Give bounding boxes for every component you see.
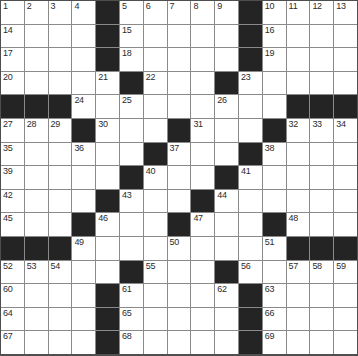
black-cell <box>239 25 262 48</box>
cell-number: 24 <box>74 96 83 105</box>
grid-cell[interactable] <box>168 166 191 189</box>
grid-cell[interactable]: 46 <box>96 213 119 236</box>
grid-cell[interactable] <box>49 25 72 48</box>
grid-cell[interactable] <box>168 331 191 354</box>
cell-number: 41 <box>241 167 250 176</box>
black-cell <box>96 48 119 71</box>
cell-number: 8 <box>193 2 198 11</box>
grid-cell[interactable]: 37 <box>168 143 191 166</box>
cell-number: 2 <box>27 2 32 11</box>
black-cell <box>215 72 238 95</box>
cell-number: 28 <box>27 120 36 129</box>
grid-cell[interactable] <box>287 143 310 166</box>
grid-cell[interactable] <box>96 95 119 118</box>
crossword-grid: 1234567891011121314151617181920212223242… <box>0 0 358 356</box>
cell-number: 67 <box>3 332 12 341</box>
grid-cell[interactable] <box>144 95 167 118</box>
cell-number: 57 <box>289 262 298 271</box>
grid-cell[interactable] <box>215 308 238 331</box>
grid-cell[interactable] <box>310 48 333 71</box>
grid-cell[interactable] <box>168 95 191 118</box>
grid-cell[interactable]: 19 <box>263 48 286 71</box>
cell-number: 45 <box>3 214 12 223</box>
grid-cell[interactable] <box>49 331 72 354</box>
cell-number: 21 <box>98 73 107 82</box>
grid-cell[interactable] <box>49 190 72 213</box>
cell-number: 18 <box>122 49 131 58</box>
grid-cell[interactable] <box>168 284 191 307</box>
black-cell <box>215 166 238 189</box>
grid-cell[interactable] <box>144 213 167 236</box>
grid-cell[interactable] <box>263 95 286 118</box>
cell-number: 1 <box>3 2 8 11</box>
grid-cell[interactable]: 4 <box>72 1 95 24</box>
cell-number: 50 <box>170 238 179 247</box>
grid-cell[interactable] <box>334 25 357 48</box>
grid-cell[interactable] <box>72 284 95 307</box>
cell-number: 40 <box>146 167 155 176</box>
grid-cell[interactable]: 36 <box>72 143 95 166</box>
grid-cell[interactable] <box>191 237 214 260</box>
grid-cell[interactable]: 42 <box>1 190 24 213</box>
cell-number: 29 <box>51 120 60 129</box>
grid-cell[interactable] <box>25 72 48 95</box>
grid-cell[interactable] <box>191 331 214 354</box>
grid-cell[interactable]: 14 <box>1 25 24 48</box>
cell-number: 5 <box>122 2 127 11</box>
grid-cell[interactable]: 47 <box>191 213 214 236</box>
black-cell <box>96 308 119 331</box>
grid-cell[interactable] <box>49 284 72 307</box>
grid-cell[interactable]: 28 <box>25 119 48 142</box>
black-cell <box>120 72 143 95</box>
grid-cell[interactable]: 50 <box>168 237 191 260</box>
grid-cell[interactable] <box>239 119 262 142</box>
grid-cell[interactable]: 16 <box>263 25 286 48</box>
cell-number: 14 <box>3 26 12 35</box>
cell-number: 51 <box>265 238 274 247</box>
black-cell <box>96 1 119 24</box>
grid-cell[interactable] <box>263 72 286 95</box>
grid-cell[interactable]: 22 <box>144 72 167 95</box>
grid-cell[interactable]: 9 <box>215 1 238 24</box>
cell-number: 17 <box>3 49 12 58</box>
cell-number: 30 <box>98 120 107 129</box>
grid-cell[interactable] <box>96 166 119 189</box>
grid-cell[interactable] <box>72 331 95 354</box>
cell-number: 22 <box>146 73 155 82</box>
black-cell <box>96 190 119 213</box>
black-cell <box>239 143 262 166</box>
grid-cell[interactable]: 33 <box>310 119 333 142</box>
grid-cell[interactable] <box>310 331 333 354</box>
black-cell <box>239 284 262 307</box>
cell-number: 56 <box>241 262 250 271</box>
grid-cell[interactable]: 48 <box>287 213 310 236</box>
grid-cell[interactable]: 34 <box>334 119 357 142</box>
black-cell <box>334 237 357 260</box>
grid-cell[interactable] <box>334 331 357 354</box>
grid-cell[interactable]: 7 <box>168 1 191 24</box>
grid-cell[interactable]: 52 <box>1 261 24 284</box>
black-cell <box>215 261 238 284</box>
black-cell <box>49 95 72 118</box>
cell-number: 16 <box>265 26 274 35</box>
grid-cell[interactable]: 49 <box>72 237 95 260</box>
grid-cell[interactable]: 8 <box>191 1 214 24</box>
grid-cell[interactable]: 24 <box>72 95 95 118</box>
grid-cell[interactable]: 57 <box>287 261 310 284</box>
black-cell <box>239 1 262 24</box>
grid-cell[interactable] <box>263 261 286 284</box>
grid-cell[interactable] <box>191 143 214 166</box>
grid-cell[interactable]: 38 <box>263 143 286 166</box>
grid-cell[interactable]: 25 <box>120 95 143 118</box>
grid-cell[interactable] <box>310 25 333 48</box>
cell-number: 59 <box>336 262 345 271</box>
black-cell <box>1 95 24 118</box>
cell-number: 66 <box>265 309 274 318</box>
cell-number: 61 <box>122 285 131 294</box>
grid-cell[interactable] <box>72 72 95 95</box>
cell-number: 7 <box>170 2 175 11</box>
grid-cell[interactable]: 13 <box>334 1 357 24</box>
grid-cell[interactable] <box>49 48 72 71</box>
grid-cell[interactable] <box>334 72 357 95</box>
grid-cell[interactable] <box>120 143 143 166</box>
grid-cell[interactable] <box>287 72 310 95</box>
grid-cell[interactable] <box>49 166 72 189</box>
grid-cell[interactable]: 68 <box>120 331 143 354</box>
cell-number: 49 <box>74 238 83 247</box>
cell-number: 27 <box>3 120 12 129</box>
grid-cell[interactable]: 26 <box>215 95 238 118</box>
grid-cell[interactable]: 58 <box>310 261 333 284</box>
cell-number: 58 <box>312 262 321 271</box>
cell-number: 37 <box>170 144 179 153</box>
grid-cell[interactable] <box>72 25 95 48</box>
grid-cell[interactable]: 44 <box>215 190 238 213</box>
grid-cell[interactable] <box>239 237 262 260</box>
grid-cell[interactable] <box>287 25 310 48</box>
grid-cell[interactable]: 62 <box>215 284 238 307</box>
cell-number: 12 <box>312 2 321 11</box>
black-cell <box>334 95 357 118</box>
grid-cell[interactable] <box>96 237 119 260</box>
black-cell <box>49 237 72 260</box>
grid-cell[interactable] <box>168 72 191 95</box>
cell-number: 33 <box>312 120 321 129</box>
grid-cell[interactable]: 30 <box>96 119 119 142</box>
grid-cell[interactable]: 65 <box>120 308 143 331</box>
grid-cell[interactable]: 55 <box>144 261 167 284</box>
grid-cell[interactable] <box>168 308 191 331</box>
grid-cell[interactable]: 3 <box>49 1 72 24</box>
cell-number: 63 <box>265 285 274 294</box>
grid-cell[interactable] <box>287 284 310 307</box>
grid-cell[interactable] <box>144 237 167 260</box>
grid-cell[interactable] <box>215 237 238 260</box>
grid-cell[interactable] <box>334 143 357 166</box>
grid-cell[interactable] <box>72 166 95 189</box>
black-cell <box>239 331 262 354</box>
grid-cell[interactable] <box>263 166 286 189</box>
black-cell <box>287 237 310 260</box>
cell-number: 44 <box>217 191 226 200</box>
grid-cell[interactable]: 10 <box>263 1 286 24</box>
grid-cell[interactable] <box>215 143 238 166</box>
cell-number: 32 <box>289 120 298 129</box>
grid-cell[interactable]: 43 <box>120 190 143 213</box>
grid-cell[interactable] <box>191 308 214 331</box>
grid-cell[interactable] <box>72 308 95 331</box>
grid-cell[interactable] <box>168 25 191 48</box>
grid-cell[interactable]: 15 <box>120 25 143 48</box>
grid-cell[interactable] <box>144 284 167 307</box>
cell-number: 65 <box>122 309 131 318</box>
grid-cell[interactable] <box>144 308 167 331</box>
grid-cell[interactable] <box>25 25 48 48</box>
grid-cell[interactable] <box>144 190 167 213</box>
black-cell <box>310 237 333 260</box>
grid-cell[interactable]: 63 <box>263 284 286 307</box>
cell-number: 35 <box>3 144 12 153</box>
grid-cell[interactable]: 69 <box>263 331 286 354</box>
grid-cell[interactable]: 21 <box>96 72 119 95</box>
grid-cell[interactable] <box>239 95 262 118</box>
grid-cell[interactable] <box>144 119 167 142</box>
cell-number: 36 <box>74 144 83 153</box>
grid-cell[interactable]: 67 <box>1 331 24 354</box>
cell-number: 34 <box>336 120 345 129</box>
grid-cell[interactable] <box>25 284 48 307</box>
grid-cell[interactable] <box>191 95 214 118</box>
grid-cell[interactable] <box>334 190 357 213</box>
black-cell <box>310 95 333 118</box>
grid-cell[interactable] <box>215 119 238 142</box>
grid-cell[interactable]: 66 <box>263 308 286 331</box>
grid-cell[interactable]: 56 <box>239 261 262 284</box>
grid-cell[interactable]: 40 <box>144 166 167 189</box>
cell-number: 62 <box>217 285 226 294</box>
grid-cell[interactable]: 17 <box>1 48 24 71</box>
grid-cell[interactable]: 1 <box>1 1 24 24</box>
grid-cell[interactable] <box>334 213 357 236</box>
grid-cell[interactable] <box>287 190 310 213</box>
cell-number: 31 <box>193 120 202 129</box>
grid-cell[interactable] <box>287 331 310 354</box>
black-cell <box>96 25 119 48</box>
grid-cell[interactable]: 35 <box>1 143 24 166</box>
grid-cell[interactable] <box>310 213 333 236</box>
cell-number: 43 <box>122 191 131 200</box>
grid-cell[interactable] <box>25 331 48 354</box>
grid-cell[interactable] <box>49 213 72 236</box>
grid-cell[interactable] <box>25 213 48 236</box>
cell-number: 23 <box>241 73 250 82</box>
cell-number: 39 <box>3 167 12 176</box>
cell-number: 11 <box>289 2 298 11</box>
cell-number: 13 <box>336 2 345 11</box>
grid-cell[interactable] <box>287 48 310 71</box>
grid-cell[interactable] <box>49 143 72 166</box>
grid-cell[interactable] <box>334 48 357 71</box>
cell-number: 42 <box>3 191 12 200</box>
black-cell <box>263 213 286 236</box>
grid-cell[interactable]: 32 <box>287 119 310 142</box>
grid-cell[interactable] <box>287 166 310 189</box>
grid-cell[interactable] <box>310 308 333 331</box>
cell-number: 52 <box>3 262 12 271</box>
cell-number: 15 <box>122 26 131 35</box>
grid-cell[interactable] <box>334 308 357 331</box>
grid-cell[interactable]: 11 <box>287 1 310 24</box>
grid-cell[interactable]: 31 <box>191 119 214 142</box>
black-cell <box>120 166 143 189</box>
grid-cell[interactable]: 53 <box>25 261 48 284</box>
cell-number: 4 <box>74 2 79 11</box>
grid-cell[interactable]: 51 <box>263 237 286 260</box>
cell-number: 26 <box>217 96 226 105</box>
grid-cell[interactable]: 23 <box>239 72 262 95</box>
black-cell <box>72 213 95 236</box>
black-cell <box>287 95 310 118</box>
grid-cell[interactable] <box>215 331 238 354</box>
black-cell <box>168 213 191 236</box>
grid-cell[interactable] <box>72 190 95 213</box>
grid-cell[interactable] <box>96 143 119 166</box>
cell-number: 19 <box>265 49 274 58</box>
black-cell <box>191 190 214 213</box>
grid-cell[interactable] <box>96 261 119 284</box>
black-cell <box>120 261 143 284</box>
grid-cell[interactable] <box>215 48 238 71</box>
grid-cell[interactable] <box>120 237 143 260</box>
cell-number: 3 <box>51 2 56 11</box>
cell-number: 10 <box>265 2 274 11</box>
grid-cell[interactable]: 12 <box>310 1 333 24</box>
cell-number: 64 <box>3 309 12 318</box>
grid-cell[interactable] <box>25 190 48 213</box>
black-cell <box>239 308 262 331</box>
grid-cell[interactable] <box>144 48 167 71</box>
grid-cell[interactable]: 61 <box>120 284 143 307</box>
grid-cell[interactable] <box>191 72 214 95</box>
grid-cell[interactable]: 64 <box>1 308 24 331</box>
grid-cell[interactable] <box>49 308 72 331</box>
grid-cell[interactable] <box>144 25 167 48</box>
grid-cell[interactable] <box>310 284 333 307</box>
grid-cell[interactable] <box>25 166 48 189</box>
grid-cell[interactable] <box>191 48 214 71</box>
grid-cell[interactable]: 20 <box>1 72 24 95</box>
grid-cell[interactable] <box>144 331 167 354</box>
grid-cell[interactable] <box>310 143 333 166</box>
black-cell <box>72 119 95 142</box>
grid-cell[interactable] <box>168 261 191 284</box>
grid-cell[interactable] <box>287 308 310 331</box>
grid-cell[interactable] <box>310 190 333 213</box>
grid-cell[interactable] <box>310 166 333 189</box>
grid-cell[interactable] <box>120 213 143 236</box>
grid-cell[interactable]: 60 <box>1 284 24 307</box>
grid-cell[interactable] <box>263 190 286 213</box>
grid-cell[interactable] <box>334 284 357 307</box>
grid-cell[interactable]: 27 <box>1 119 24 142</box>
cell-number: 20 <box>3 73 12 82</box>
grid-cell[interactable]: 18 <box>120 48 143 71</box>
cell-number: 25 <box>122 96 131 105</box>
black-cell <box>96 331 119 354</box>
grid-cell[interactable] <box>310 72 333 95</box>
cell-number: 68 <box>122 332 131 341</box>
grid-cell[interactable] <box>191 25 214 48</box>
grid-cell[interactable] <box>25 308 48 331</box>
grid-cell[interactable] <box>191 284 214 307</box>
black-cell <box>263 119 286 142</box>
grid-cell[interactable]: 45 <box>1 213 24 236</box>
grid-cell[interactable] <box>72 261 95 284</box>
cell-number: 6 <box>146 2 151 11</box>
black-cell <box>239 48 262 71</box>
grid-cell[interactable]: 29 <box>49 119 72 142</box>
grid-cell[interactable]: 54 <box>49 261 72 284</box>
grid-cell[interactable]: 41 <box>239 166 262 189</box>
cell-number: 53 <box>27 262 36 271</box>
grid-cell[interactable]: 59 <box>334 261 357 284</box>
grid-cell[interactable] <box>72 48 95 71</box>
grid-cell[interactable] <box>120 119 143 142</box>
black-cell <box>25 95 48 118</box>
grid-cell[interactable] <box>168 48 191 71</box>
black-cell <box>96 284 119 307</box>
grid-cell[interactable]: 39 <box>1 166 24 189</box>
cell-number: 38 <box>265 144 274 153</box>
cell-number: 48 <box>289 214 298 223</box>
black-cell <box>168 119 191 142</box>
grid-cell[interactable]: 5 <box>120 1 143 24</box>
cell-number: 69 <box>265 332 274 341</box>
black-cell <box>144 143 167 166</box>
cell-number: 55 <box>146 262 155 271</box>
grid-cell[interactable] <box>25 48 48 71</box>
grid-cell[interactable]: 2 <box>25 1 48 24</box>
grid-cell[interactable] <box>334 166 357 189</box>
cell-number: 9 <box>217 2 222 11</box>
grid-cell[interactable] <box>215 213 238 236</box>
grid-cell[interactable] <box>168 190 191 213</box>
grid-cell[interactable] <box>239 190 262 213</box>
black-cell <box>25 237 48 260</box>
grid-cell[interactable] <box>191 261 214 284</box>
grid-cell[interactable] <box>191 166 214 189</box>
grid-cell[interactable] <box>215 25 238 48</box>
grid-cell[interactable]: 6 <box>144 1 167 24</box>
grid-cell[interactable] <box>25 143 48 166</box>
cell-number: 54 <box>51 262 60 271</box>
black-cell <box>1 237 24 260</box>
cell-number: 60 <box>3 285 12 294</box>
cell-number: 46 <box>98 214 107 223</box>
grid-cell[interactable] <box>239 213 262 236</box>
cell-number: 47 <box>193 214 202 223</box>
grid-cell[interactable] <box>49 72 72 95</box>
